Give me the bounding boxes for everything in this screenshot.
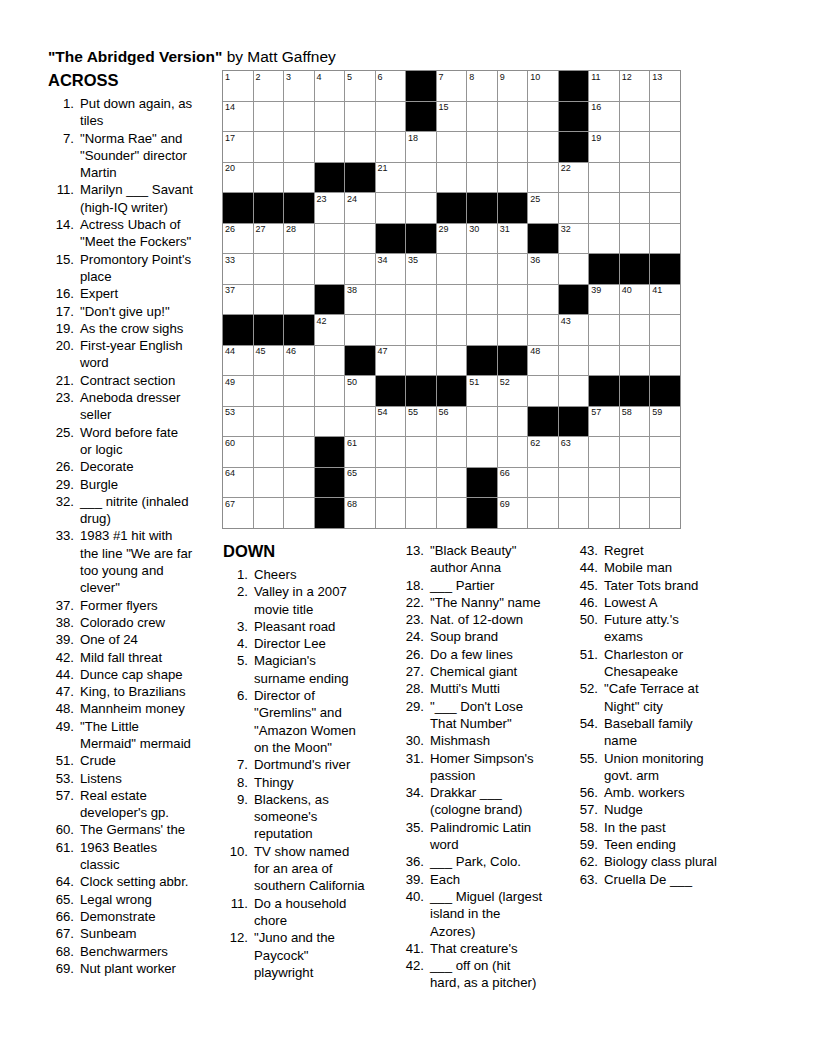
cell-number: 18 (408, 133, 418, 144)
grid-cell[interactable] (498, 285, 528, 315)
grid-cell[interactable]: 16 (589, 102, 619, 132)
grid-cell[interactable] (589, 193, 619, 223)
grid-cell[interactable] (498, 132, 528, 162)
clue-item: 12."Juno and the Paycock" playwright (223, 929, 397, 981)
grid-cell[interactable]: 15 (437, 102, 467, 132)
clue-number: 8. (223, 774, 248, 791)
grid-cell[interactable] (437, 437, 467, 467)
grid-cell[interactable] (345, 224, 375, 254)
clue-number: 43. (571, 542, 598, 559)
grid-cell[interactable] (406, 346, 436, 376)
grid-cell-black (498, 346, 528, 376)
grid-cell[interactable] (254, 498, 284, 528)
clue-item: 54.Baseball family name (571, 715, 749, 750)
grid-cell[interactable] (467, 437, 497, 467)
cell-number: 4 (317, 72, 322, 83)
grid-cell[interactable]: 35 (406, 254, 436, 284)
clue-number: 26. (48, 458, 74, 475)
grid-cell[interactable]: 29 (437, 224, 467, 254)
grid-cell[interactable] (406, 193, 436, 223)
grid-cell[interactable] (650, 437, 680, 467)
grid-cell[interactable] (437, 254, 467, 284)
grid-cell[interactable] (284, 102, 314, 132)
grid-cell[interactable] (284, 376, 314, 406)
grid-cell-black (345, 163, 375, 193)
grid-cell[interactable]: 39 (589, 285, 619, 315)
grid-cell[interactable]: 20 (223, 163, 253, 193)
grid-cell[interactable] (528, 315, 558, 345)
grid-cell[interactable] (559, 346, 589, 376)
grid-cell[interactable] (437, 346, 467, 376)
grid-cell[interactable]: 60 (223, 437, 253, 467)
grid-cell[interactable] (620, 132, 650, 162)
grid-cell[interactable] (406, 498, 436, 528)
clue-number: 23. (397, 611, 424, 628)
crossword-grid[interactable]: 1234567891011121314151617181920212223242… (222, 70, 681, 529)
grid-cell[interactable] (620, 224, 650, 254)
grid-cell[interactable] (498, 407, 528, 437)
grid-cell[interactable]: 41 (650, 285, 680, 315)
grid-cell[interactable]: 55 (406, 407, 436, 437)
grid-cell[interactable] (254, 254, 284, 284)
clue-number: 53. (48, 770, 74, 787)
clue-number: 51. (571, 646, 598, 681)
grid-cell-black (376, 376, 406, 406)
grid-cell[interactable] (467, 163, 497, 193)
grid-cell[interactable] (620, 315, 650, 345)
grid-cell[interactable] (620, 346, 650, 376)
clue-number: 5. (223, 652, 248, 687)
grid-cell[interactable]: 59 (650, 407, 680, 437)
grid-cell[interactable] (559, 376, 589, 406)
grid-cell[interactable]: 33 (223, 254, 253, 284)
grid-cell[interactable] (528, 376, 558, 406)
grid-cell[interactable] (284, 407, 314, 437)
grid-cell[interactable] (620, 498, 650, 528)
grid-cell[interactable] (284, 132, 314, 162)
grid-cell[interactable]: 54 (376, 407, 406, 437)
grid-cell-black (315, 468, 345, 498)
grid-cell[interactable]: 49 (223, 376, 253, 406)
grid-cell[interactable] (406, 437, 436, 467)
grid-cell[interactable]: 66 (498, 468, 528, 498)
grid-cell[interactable] (437, 315, 467, 345)
cell-number: 46 (286, 346, 296, 357)
grid-cell[interactable]: 1 (223, 71, 253, 101)
cell-number: 47 (378, 346, 388, 357)
grid-cell[interactable]: 51 (467, 376, 497, 406)
clue-item: 56.Amb. workers (571, 784, 749, 801)
grid-cell[interactable]: 44 (223, 346, 253, 376)
grid-cell[interactable] (650, 132, 680, 162)
clue-number: 63. (571, 871, 598, 888)
grid-cell[interactable] (437, 163, 467, 193)
grid-cell[interactable] (284, 468, 314, 498)
clue-item: 64.Clock setting abbr. (48, 873, 226, 890)
grid-cell[interactable] (315, 132, 345, 162)
grid-cell[interactable]: 24 (345, 193, 375, 223)
clue-text: Crude (80, 752, 116, 769)
clue-number: 27. (397, 663, 424, 680)
grid-cell[interactable] (315, 407, 345, 437)
grid-cell[interactable] (498, 163, 528, 193)
grid-cell[interactable]: 62 (528, 437, 558, 467)
grid-cell[interactable] (650, 315, 680, 345)
clue-text: Put down again, as tiles (80, 95, 192, 130)
clue-item: 66.Demonstrate (48, 908, 226, 925)
grid-cell[interactable] (620, 437, 650, 467)
clue-item: 39.Each (397, 871, 563, 888)
grid-cell[interactable] (589, 163, 619, 193)
grid-cell[interactable]: 64 (223, 468, 253, 498)
clue-item: 47.King, to Brazilians (48, 683, 226, 700)
clue-number: 4. (223, 635, 248, 652)
clue-number: 68. (48, 943, 74, 960)
cell-number: 43 (561, 316, 571, 327)
grid-cell[interactable] (284, 163, 314, 193)
grid-cell[interactable]: 47 (376, 346, 406, 376)
grid-cell[interactable] (559, 498, 589, 528)
grid-cell[interactable]: 23 (315, 193, 345, 223)
grid-cell[interactable]: 32 (559, 224, 589, 254)
clue-item: 26.Do a few lines (397, 646, 563, 663)
clue-item: 59.Teen ending (571, 836, 749, 853)
grid-cell[interactable] (650, 468, 680, 498)
grid-cell[interactable]: 5 (345, 71, 375, 101)
clue-item: 5.Magician's surname ending (223, 652, 397, 687)
clue-item: 26.Decorate (48, 458, 226, 475)
clue-item: 19.As the crow sighs (48, 320, 226, 337)
grid-cell[interactable] (589, 315, 619, 345)
grid-cell[interactable] (345, 102, 375, 132)
grid-cell[interactable]: 42 (315, 315, 345, 345)
grid-cell[interactable]: 30 (467, 224, 497, 254)
grid-cell[interactable]: 19 (589, 132, 619, 162)
clue-text: Magician's surname ending (254, 652, 349, 687)
grid-cell[interactable]: 48 (528, 346, 558, 376)
grid-cell[interactable] (437, 468, 467, 498)
clue-text: Dunce cap shape (80, 666, 183, 683)
grid-cell[interactable] (650, 498, 680, 528)
grid-cell[interactable] (528, 163, 558, 193)
grid-cell[interactable] (498, 102, 528, 132)
grid-cell[interactable] (650, 163, 680, 193)
grid-cell[interactable] (467, 132, 497, 162)
grid-cell[interactable]: 34 (376, 254, 406, 284)
clue-text: Benchwarmers (80, 943, 168, 960)
grid-cell[interactable]: 26 (223, 224, 253, 254)
grid-cell[interactable] (254, 132, 284, 162)
clue-text: ___ nitrite (inhaled drug) (80, 493, 189, 528)
clue-number: 51. (48, 752, 74, 769)
grid-cell[interactable]: 17 (223, 132, 253, 162)
grid-cell[interactable]: 3 (284, 71, 314, 101)
grid-cell[interactable] (620, 468, 650, 498)
grid-cell[interactable] (284, 285, 314, 315)
grid-cell[interactable]: 22 (559, 163, 589, 193)
grid-cell[interactable]: 67 (223, 498, 253, 528)
grid-cell[interactable] (620, 193, 650, 223)
grid-cell[interactable]: 7 (437, 71, 467, 101)
clue-item: 41.That creature's (397, 940, 563, 957)
grid-cell[interactable]: 12 (620, 71, 650, 101)
grid-cell[interactable] (467, 285, 497, 315)
clue-number: 64. (48, 873, 74, 890)
grid-cell[interactable] (650, 224, 680, 254)
clue-number: 52. (571, 680, 598, 715)
clue-item: 62.Biology class plural (571, 853, 749, 870)
clue-number: 16. (48, 285, 74, 302)
grid-cell-black (650, 254, 680, 284)
cell-number: 12 (622, 72, 632, 83)
clue-number: 3. (223, 618, 248, 635)
grid-cell[interactable]: 58 (620, 407, 650, 437)
grid-cell[interactable]: 45 (254, 346, 284, 376)
grid-cell[interactable] (467, 254, 497, 284)
grid-cell[interactable] (254, 163, 284, 193)
grid-cell[interactable] (406, 468, 436, 498)
cell-number: 58 (622, 407, 632, 418)
clue-text: ___ Partier (430, 577, 495, 594)
grid-cell[interactable]: 8 (467, 71, 497, 101)
grid-cell[interactable]: 68 (345, 498, 375, 528)
clue-item: 28.Mutti's Mutti (397, 680, 563, 697)
clue-number: 39. (397, 871, 424, 888)
grid-cell-black (315, 163, 345, 193)
grid-cell[interactable] (376, 285, 406, 315)
grid-cell[interactable]: 46 (284, 346, 314, 376)
grid-cell[interactable] (254, 437, 284, 467)
grid-cell[interactable]: 56 (437, 407, 467, 437)
grid-cell[interactable]: 57 (589, 407, 619, 437)
grid-cell[interactable]: 53 (223, 407, 253, 437)
clue-item: 57.Nudge (571, 801, 749, 818)
grid-cell[interactable] (620, 163, 650, 193)
grid-cell[interactable]: 11 (589, 71, 619, 101)
grid-cell-black (437, 193, 467, 223)
clue-text: The Germans' the (80, 821, 185, 838)
grid-cell[interactable] (315, 346, 345, 376)
grid-cell-black (284, 193, 314, 223)
grid-cell[interactable]: 61 (345, 437, 375, 467)
grid-cell[interactable] (650, 102, 680, 132)
grid-cell[interactable]: 40 (620, 285, 650, 315)
cell-number: 54 (378, 407, 388, 418)
clue-item: 21.Contract section (48, 372, 226, 389)
clue-item: 50.Future atty.'s exams (571, 611, 749, 646)
grid-cell[interactable] (345, 254, 375, 284)
grid-cell[interactable]: 21 (376, 163, 406, 193)
grid-cell[interactable] (376, 193, 406, 223)
cell-number: 67 (225, 499, 235, 510)
clue-number: 49. (48, 718, 74, 753)
clue-number: 54. (571, 715, 598, 750)
clue-item: 18.___ Partier (397, 577, 563, 594)
clue-text: ___ Park, Colo. (430, 853, 521, 870)
grid-cell[interactable]: 36 (528, 254, 558, 284)
clue-item: 17."Don't give up!" (48, 303, 226, 320)
clue-item: 33.1983 #1 hit with the line "We are far… (48, 527, 226, 596)
clue-item: 20.First-year English word (48, 337, 226, 372)
clue-text: TV show named for an area of southern Ca… (254, 843, 365, 895)
grid-cell[interactable] (345, 132, 375, 162)
clue-item: 38.Colorado crew (48, 614, 226, 631)
clue-item: 46.Lowest A (571, 594, 749, 611)
grid-cell[interactable] (559, 468, 589, 498)
grid-cell[interactable]: 28 (284, 224, 314, 254)
down-clue-list-1: 1.Cheers2.Valley in a 2007 movie title3.… (223, 566, 397, 981)
grid-cell[interactable]: 18 (406, 132, 436, 162)
grid-cell[interactable]: 14 (223, 102, 253, 132)
grid-cell[interactable] (284, 498, 314, 528)
grid-cell[interactable] (315, 224, 345, 254)
grid-cell[interactable]: 27 (254, 224, 284, 254)
grid-cell[interactable] (284, 437, 314, 467)
clue-number: 12. (223, 929, 248, 981)
grid-cell[interactable] (254, 468, 284, 498)
clue-text: Tater Tots brand (604, 577, 698, 594)
clue-item: 1.Cheers (223, 566, 397, 583)
grid-cell[interactable]: 63 (559, 437, 589, 467)
grid-cell[interactable] (345, 315, 375, 345)
grid-cell[interactable] (467, 407, 497, 437)
grid-cell[interactable] (406, 163, 436, 193)
grid-cell-black (406, 376, 436, 406)
clue-item: 11.Marilyn ___ Savant (high-IQ writer) (48, 181, 226, 216)
grid-cell[interactable] (589, 498, 619, 528)
cell-number: 27 (256, 224, 266, 235)
cell-number: 2 (256, 72, 261, 83)
grid-cell[interactable]: 52 (498, 376, 528, 406)
grid-cell[interactable] (589, 468, 619, 498)
cell-number: 38 (347, 285, 357, 296)
grid-cell-black (345, 346, 375, 376)
clue-number: 55. (571, 750, 598, 785)
grid-cell[interactable] (376, 437, 406, 467)
cell-number: 10 (530, 72, 540, 83)
grid-cell[interactable] (467, 102, 497, 132)
grid-cell[interactable] (620, 102, 650, 132)
grid-cell[interactable] (284, 254, 314, 284)
grid-cell-black (589, 254, 619, 284)
clue-number: 46. (571, 594, 598, 611)
grid-cell[interactable]: 69 (498, 498, 528, 528)
clue-item: 43.Regret (571, 542, 749, 559)
grid-cell[interactable] (498, 437, 528, 467)
grid-cell[interactable] (376, 468, 406, 498)
grid-cell[interactable] (315, 376, 345, 406)
grid-cell[interactable] (315, 102, 345, 132)
cell-number: 50 (347, 377, 357, 388)
grid-cell[interactable] (254, 407, 284, 437)
grid-cell[interactable] (650, 346, 680, 376)
grid-cell[interactable] (376, 102, 406, 132)
grid-cell[interactable]: 50 (345, 376, 375, 406)
grid-cell[interactable] (589, 224, 619, 254)
grid-cell[interactable] (376, 315, 406, 345)
cell-number: 69 (500, 499, 510, 510)
grid-cell[interactable]: 65 (345, 468, 375, 498)
clue-item: 58.In the past (571, 819, 749, 836)
clue-text: "Cafe Terrace at Night" city (604, 680, 699, 715)
grid-cell[interactable]: 31 (498, 224, 528, 254)
clue-item: 42.Mild fall threat (48, 649, 226, 666)
clue-number: 38. (48, 614, 74, 631)
grid-cell[interactable]: 43 (559, 315, 589, 345)
grid-cell[interactable] (559, 254, 589, 284)
grid-cell[interactable] (528, 102, 558, 132)
clue-number: 13. (397, 542, 424, 577)
clue-text: In the past (604, 819, 666, 836)
grid-cell[interactable] (528, 468, 558, 498)
grid-cell[interactable] (498, 254, 528, 284)
grid-cell[interactable] (437, 285, 467, 315)
grid-cell[interactable] (376, 498, 406, 528)
clue-item: 63.Cruella De ___ (571, 871, 749, 888)
clue-text: Expert (80, 285, 118, 302)
grid-cell[interactable] (528, 132, 558, 162)
grid-cell[interactable] (528, 285, 558, 315)
grid-cell[interactable]: 38 (345, 285, 375, 315)
cell-number: 5 (347, 72, 352, 83)
grid-cell[interactable] (254, 376, 284, 406)
grid-cell[interactable] (254, 285, 284, 315)
clue-text: Mobile man (604, 559, 672, 576)
clue-item: 3.Pleasant road (223, 618, 397, 635)
clue-number: 22. (397, 594, 424, 611)
clue-number: 29. (48, 476, 74, 493)
grid-cell[interactable] (498, 315, 528, 345)
grid-cell[interactable] (345, 407, 375, 437)
cell-number: 8 (469, 72, 474, 83)
clue-text: Director Lee (254, 635, 326, 652)
grid-cell[interactable]: 2 (254, 71, 284, 101)
grid-cell[interactable] (254, 102, 284, 132)
cell-number: 19 (591, 133, 601, 144)
grid-cell[interactable] (406, 285, 436, 315)
grid-cell[interactable] (528, 498, 558, 528)
grid-cell[interactable] (437, 498, 467, 528)
grid-cell[interactable] (467, 315, 497, 345)
cell-number: 11 (591, 72, 600, 83)
grid-cell[interactable]: 9 (498, 71, 528, 101)
grid-cell[interactable] (650, 193, 680, 223)
cell-number: 32 (561, 224, 571, 235)
grid-cell[interactable] (376, 132, 406, 162)
grid-cell[interactable] (406, 315, 436, 345)
grid-cell[interactable] (315, 254, 345, 284)
grid-cell[interactable] (437, 132, 467, 162)
cell-number: 55 (408, 407, 418, 418)
down-clues-column-3: 43.Regret44.Mobile man45.Tater Tots bran… (571, 542, 749, 888)
grid-cell[interactable]: 6 (376, 71, 406, 101)
grid-cell[interactable]: 13 (650, 71, 680, 101)
grid-cell-black (223, 193, 253, 223)
clue-text: "Juno and the Paycock" playwright (254, 929, 335, 981)
grid-cell[interactable]: 25 (528, 193, 558, 223)
grid-cell[interactable]: 10 (528, 71, 558, 101)
grid-cell[interactable] (559, 193, 589, 223)
grid-cell[interactable] (589, 437, 619, 467)
grid-cell[interactable]: 4 (315, 71, 345, 101)
clue-text: Amb. workers (604, 784, 685, 801)
grid-cell[interactable]: 37 (223, 285, 253, 315)
grid-cell[interactable] (589, 346, 619, 376)
clue-text: As the crow sighs (80, 320, 183, 337)
cell-number: 39 (591, 285, 601, 296)
clue-item: 53.Listens (48, 770, 226, 787)
cell-number: 6 (378, 72, 383, 83)
